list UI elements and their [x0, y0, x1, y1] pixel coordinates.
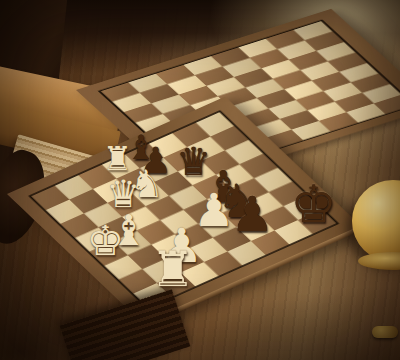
white-knight-d6[interactable]: ♞: [130, 165, 164, 203]
chess-product-photo: chess ♜♝♟♛♞♛♚♝♝♟♞♟♟♜♚: [0, 0, 400, 360]
black-king-h1[interactable]: ♚: [291, 179, 337, 231]
brass-lamp-foot: [358, 252, 400, 270]
black-pawn-f2[interactable]: ♟: [230, 189, 273, 237]
white-bishop-b4[interactable]: ♝: [110, 210, 148, 252]
brass-lamp-base: [352, 180, 400, 262]
white-rook-b1[interactable]: ♜: [151, 244, 195, 293]
brass-drawer-handle: [372, 326, 398, 338]
